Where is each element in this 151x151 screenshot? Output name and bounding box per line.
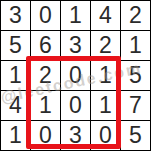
grid-cell-r4c2: 3 (61, 121, 90, 150)
grid-cell-r1c4: 1 (121, 31, 150, 60)
grid-cell-r3c2: 0 (61, 91, 90, 120)
grid-cell-r2c0: 1 (1, 61, 30, 90)
grid-cell-r0c0: 3 (1, 1, 30, 30)
grid-cell-r2c3: 1 (91, 61, 120, 90)
grid-cell-r0c3: 4 (91, 1, 120, 30)
grid-cell-r1c2: 3 (61, 31, 90, 60)
grid-cell-r4c3: 0 (91, 121, 120, 150)
grid-cell-r0c2: 1 (61, 1, 90, 30)
grid-cell-r0c4: 2 (121, 1, 150, 30)
grid-cell-r4c0: 1 (1, 121, 30, 150)
grid-cell-r3c1: 1 (31, 91, 60, 120)
grid-cell-r4c1: 0 (31, 121, 60, 150)
matrix-diagram: 3014256321120154101710305 @leetcode.com (0, 0, 151, 151)
grid-cell-r3c4: 7 (121, 91, 150, 120)
grid-cell-r3c3: 1 (91, 91, 120, 120)
grid-cell-r4c4: 5 (121, 121, 150, 150)
grid-cell-r2c2: 0 (61, 61, 90, 90)
grid-cell-r1c3: 2 (91, 31, 120, 60)
grid-cell-r2c1: 2 (31, 61, 60, 90)
grid-cell-r2c4: 5 (121, 61, 150, 90)
grid-cell-r1c0: 5 (1, 31, 30, 60)
grid-cell-r3c0: 4 (1, 91, 30, 120)
grid-cell-r1c1: 6 (31, 31, 60, 60)
grid-cell-r0c1: 0 (31, 1, 60, 30)
matrix-grid: 3014256321120154101710305 (0, 0, 151, 151)
